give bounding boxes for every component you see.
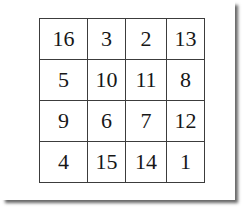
grid-cell-r1c3: 2 — [126, 19, 167, 60]
grid-cell-r1c2: 3 — [88, 19, 126, 60]
grid-cell-r1c4: 13 — [167, 19, 205, 60]
grid-cell-r2c2: 10 — [88, 60, 126, 101]
grid-cell-r3c2: 6 — [88, 101, 126, 142]
magic-square-grid: 16321351011896712415141 — [39, 18, 205, 183]
grid-cell-r2c3: 11 — [126, 60, 167, 101]
grid-cell-r2c4: 8 — [167, 60, 205, 101]
grid-cell-r4c1: 4 — [40, 142, 88, 183]
grid-cell-r3c4: 12 — [167, 101, 205, 142]
grid-cell-r2c1: 5 — [40, 60, 88, 101]
grid-cell-r3c3: 7 — [126, 101, 167, 142]
grid-cell-r1c1: 16 — [40, 19, 88, 60]
magic-square-diagram: 16321351011896712415141 — [0, 0, 244, 209]
paper-sheet: 16321351011896712415141 — [0, 0, 235, 200]
grid-cell-r3c1: 9 — [40, 101, 88, 142]
grid-cell-r4c2: 15 — [88, 142, 126, 183]
grid-cell-r4c4: 1 — [167, 142, 205, 183]
grid-cell-r4c3: 14 — [126, 142, 167, 183]
